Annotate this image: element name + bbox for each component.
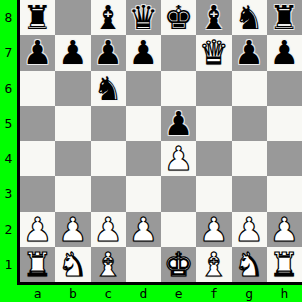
square-g8[interactable]: ♞ xyxy=(232,0,267,35)
black-bishop[interactable]: ♝ xyxy=(199,0,229,35)
white-knight[interactable]: ♞ xyxy=(58,247,88,282)
square-d7[interactable]: ♟ xyxy=(126,35,161,70)
white-bishop[interactable]: ♝ xyxy=(199,247,229,282)
white-pawn[interactable]: ♟ xyxy=(164,141,194,176)
square-b6[interactable] xyxy=(55,71,90,106)
white-king[interactable]: ♚ xyxy=(164,247,194,282)
file-coordinates: abcdefgh xyxy=(20,285,302,302)
square-h2[interactable]: ♟ xyxy=(267,212,302,247)
square-e4[interactable]: ♟ xyxy=(161,141,196,176)
black-rook[interactable]: ♜ xyxy=(23,0,53,35)
file-label-a: a xyxy=(20,285,55,302)
black-pawn[interactable]: ♟ xyxy=(93,35,123,70)
black-rook[interactable]: ♜ xyxy=(270,0,300,35)
white-pawn[interactable]: ♟ xyxy=(129,212,159,247)
file-label-f: f xyxy=(196,285,231,302)
black-pawn[interactable]: ♟ xyxy=(129,35,159,70)
square-d3[interactable] xyxy=(126,176,161,211)
black-knight[interactable]: ♞ xyxy=(234,0,264,35)
square-d6[interactable] xyxy=(126,71,161,106)
white-knight[interactable]: ♞ xyxy=(234,247,264,282)
square-e2[interactable] xyxy=(161,212,196,247)
rank-label-8: 8 xyxy=(0,0,17,35)
black-pawn[interactable]: ♟ xyxy=(164,106,194,141)
square-e1[interactable]: ♚ xyxy=(161,247,196,282)
square-c6[interactable]: ♞ xyxy=(91,71,126,106)
square-f1[interactable]: ♝ xyxy=(196,247,231,282)
white-pawn[interactable]: ♟ xyxy=(270,212,300,247)
square-c7[interactable]: ♟ xyxy=(91,35,126,70)
square-a3[interactable] xyxy=(20,176,55,211)
black-knight[interactable]: ♞ xyxy=(93,71,123,106)
square-f8[interactable]: ♝ xyxy=(196,0,231,35)
square-e7[interactable] xyxy=(161,35,196,70)
black-pawn[interactable]: ♟ xyxy=(58,35,88,70)
square-b7[interactable]: ♟ xyxy=(55,35,90,70)
square-g5[interactable] xyxy=(232,106,267,141)
square-f4[interactable] xyxy=(196,141,231,176)
square-e5[interactable]: ♟ xyxy=(161,106,196,141)
file-label-h: h xyxy=(267,285,302,302)
square-a5[interactable] xyxy=(20,106,55,141)
white-pawn[interactable]: ♟ xyxy=(23,212,53,247)
white-queen[interactable]: ♛ xyxy=(199,35,229,70)
rank-label-3: 3 xyxy=(0,176,17,211)
square-b5[interactable] xyxy=(55,106,90,141)
square-d8[interactable]: ♛ xyxy=(126,0,161,35)
rank-label-4: 4 xyxy=(0,141,17,176)
square-g1[interactable]: ♞ xyxy=(232,247,267,282)
rank-coordinates: 87654321 xyxy=(0,0,17,282)
file-label-e: e xyxy=(161,285,196,302)
white-pawn[interactable]: ♟ xyxy=(93,212,123,247)
square-f6[interactable] xyxy=(196,71,231,106)
square-c3[interactable] xyxy=(91,176,126,211)
square-a4[interactable] xyxy=(20,141,55,176)
square-c2[interactable]: ♟ xyxy=(91,212,126,247)
black-queen[interactable]: ♛ xyxy=(129,0,159,35)
white-rook[interactable]: ♜ xyxy=(270,247,300,282)
square-b4[interactable] xyxy=(55,141,90,176)
white-pawn[interactable]: ♟ xyxy=(58,212,88,247)
square-h8[interactable]: ♜ xyxy=(267,0,302,35)
square-b1[interactable]: ♞ xyxy=(55,247,90,282)
square-f2[interactable]: ♟ xyxy=(196,212,231,247)
black-pawn[interactable]: ♟ xyxy=(270,35,300,70)
rank-label-7: 7 xyxy=(0,35,17,70)
square-g7[interactable]: ♟ xyxy=(232,35,267,70)
square-g2[interactable]: ♟ xyxy=(232,212,267,247)
white-rook[interactable]: ♜ xyxy=(23,247,53,282)
file-label-b: b xyxy=(55,285,90,302)
square-h1[interactable]: ♜ xyxy=(267,247,302,282)
black-bishop[interactable]: ♝ xyxy=(93,0,123,35)
square-b2[interactable]: ♟ xyxy=(55,212,90,247)
chess-board[interactable]: ♜♝♛♚♝♞♜♟♟♟♟♛♟♟♞♟♟♟♟♟♟♟♟♟♜♞♝♚♝♞♜ xyxy=(17,0,302,285)
square-d5[interactable] xyxy=(126,106,161,141)
square-c1[interactable]: ♝ xyxy=(91,247,126,282)
square-f5[interactable] xyxy=(196,106,231,141)
rank-label-6: 6 xyxy=(0,71,17,106)
chess-board-panel: 87654321 ♜♝♛♚♝♞♜♟♟♟♟♛♟♟♞♟♟♟♟♟♟♟♟♟♜♞♝♚♝♞♜… xyxy=(0,0,302,302)
black-pawn[interactable]: ♟ xyxy=(234,35,264,70)
square-a6[interactable] xyxy=(20,71,55,106)
square-f7[interactable]: ♛ xyxy=(196,35,231,70)
square-g4[interactable] xyxy=(232,141,267,176)
file-label-d: d xyxy=(126,285,161,302)
square-d4[interactable] xyxy=(126,141,161,176)
square-h5[interactable] xyxy=(267,106,302,141)
square-e6[interactable] xyxy=(161,71,196,106)
square-c8[interactable]: ♝ xyxy=(91,0,126,35)
file-label-c: c xyxy=(91,285,126,302)
square-b8[interactable] xyxy=(55,0,90,35)
square-a8[interactable]: ♜ xyxy=(20,0,55,35)
square-h4[interactable] xyxy=(267,141,302,176)
square-c5[interactable] xyxy=(91,106,126,141)
square-d1[interactable] xyxy=(126,247,161,282)
square-a2[interactable]: ♟ xyxy=(20,212,55,247)
square-b3[interactable] xyxy=(55,176,90,211)
square-c4[interactable] xyxy=(91,141,126,176)
white-pawn[interactable]: ♟ xyxy=(199,212,229,247)
square-d2[interactable]: ♟ xyxy=(126,212,161,247)
white-bishop[interactable]: ♝ xyxy=(93,247,123,282)
square-h7[interactable]: ♟ xyxy=(267,35,302,70)
white-pawn[interactable]: ♟ xyxy=(234,212,264,247)
square-g6[interactable] xyxy=(232,71,267,106)
rank-label-2: 2 xyxy=(0,212,17,247)
square-f3[interactable] xyxy=(196,176,231,211)
square-a1[interactable]: ♜ xyxy=(20,247,55,282)
rank-label-5: 5 xyxy=(0,106,17,141)
square-e3[interactable] xyxy=(161,176,196,211)
black-king[interactable]: ♚ xyxy=(164,0,194,35)
square-h6[interactable] xyxy=(267,71,302,106)
square-a7[interactable]: ♟ xyxy=(20,35,55,70)
square-h3[interactable] xyxy=(267,176,302,211)
square-e8[interactable]: ♚ xyxy=(161,0,196,35)
rank-label-1: 1 xyxy=(0,247,17,282)
square-g3[interactable] xyxy=(232,176,267,211)
black-pawn[interactable]: ♟ xyxy=(23,35,53,70)
file-label-g: g xyxy=(232,285,267,302)
